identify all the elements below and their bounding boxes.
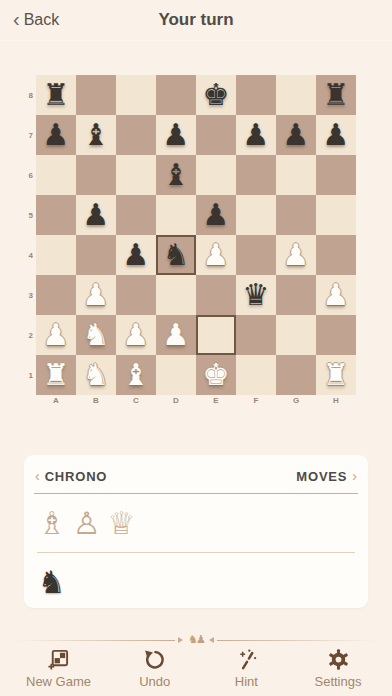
black-pawn-a7[interactable]: ♟ bbox=[43, 115, 70, 155]
black-pawn-c4[interactable]: ♟ bbox=[123, 235, 150, 275]
black-rook-a8[interactable]: ♜ bbox=[43, 75, 70, 115]
new-game-board-icon bbox=[47, 648, 70, 671]
square-d6[interactable]: ♝ bbox=[156, 155, 196, 195]
square-f7[interactable]: ♟ bbox=[236, 115, 276, 155]
rank-label-1: 1 bbox=[24, 355, 36, 395]
square-c1[interactable]: ♝ bbox=[116, 355, 156, 395]
footer-ornament: ♞♟ bbox=[0, 632, 392, 648]
square-e2[interactable] bbox=[196, 315, 236, 355]
white-rook-a1[interactable]: ♜ bbox=[43, 355, 70, 395]
gear-icon bbox=[327, 648, 350, 671]
white-pawn-e4[interactable]: ♟ bbox=[203, 235, 230, 275]
black-pawn-g7[interactable]: ♟ bbox=[283, 115, 310, 155]
undo-label: Undo bbox=[139, 674, 170, 689]
square-c7[interactable] bbox=[116, 115, 156, 155]
square-c3[interactable] bbox=[116, 275, 156, 315]
square-e4[interactable]: ♟ bbox=[196, 235, 236, 275]
ornament-arrow-right-icon bbox=[209, 637, 214, 643]
square-b3[interactable]: ♟ bbox=[76, 275, 116, 315]
square-h1[interactable]: ♜ bbox=[316, 355, 356, 395]
square-a7[interactable]: ♟ bbox=[36, 115, 76, 155]
back-label: Back bbox=[24, 11, 60, 29]
captured-panel: ‹ CHRONO MOVES › ♗♙♕ ♞ bbox=[24, 455, 368, 608]
square-c4[interactable]: ♟ bbox=[116, 235, 156, 275]
square-d8[interactable] bbox=[156, 75, 196, 115]
captured-white-bishop: ♗ bbox=[38, 503, 66, 543]
captured-white-queen: ♕ bbox=[108, 503, 136, 543]
rank-label-8: 8 bbox=[24, 75, 36, 115]
square-e7[interactable] bbox=[196, 115, 236, 155]
white-knight-b1[interactable]: ♞ bbox=[83, 355, 110, 395]
moves-right-chevron-icon: › bbox=[352, 468, 357, 484]
board[interactable]: ♜♚♜♟♝♟♟♟♟♝♟♟♟♞♟♟♟♛♟♟♞♟♟♜♞♝♚♜ bbox=[36, 75, 356, 395]
square-b4[interactable] bbox=[76, 235, 116, 275]
file-label-h: H bbox=[316, 395, 356, 409]
new-game-button[interactable]: New Game bbox=[26, 648, 91, 689]
rank-label-2: 2 bbox=[24, 315, 36, 355]
square-e5[interactable]: ♟ bbox=[196, 195, 236, 235]
square-f6[interactable] bbox=[236, 155, 276, 195]
white-knight-b2[interactable]: ♞ bbox=[83, 315, 110, 355]
board-block: 87654321 ♜♚♜♟♝♟♟♟♟♝♟♟♟♞♟♟♟♛♟♟♞♟♟♜♞♝♚♜ AB… bbox=[24, 75, 368, 409]
settings-label: Settings bbox=[315, 674, 362, 689]
chrono-left-chevron-icon: ‹ bbox=[35, 468, 40, 484]
white-bishop-c1[interactable]: ♝ bbox=[123, 355, 150, 395]
square-f3[interactable]: ♛ bbox=[236, 275, 276, 315]
square-d5[interactable] bbox=[156, 195, 196, 235]
black-bishop-d6[interactable]: ♝ bbox=[163, 155, 190, 195]
square-g4[interactable]: ♟ bbox=[276, 235, 316, 275]
white-pawn-d2[interactable]: ♟ bbox=[163, 315, 190, 355]
new-game-label: New Game bbox=[26, 674, 91, 689]
square-h3[interactable]: ♟ bbox=[316, 275, 356, 315]
captured-white-pieces-row: ♗♙♕ bbox=[24, 494, 368, 552]
square-h4[interactable] bbox=[316, 235, 356, 275]
square-b2[interactable]: ♞ bbox=[76, 315, 116, 355]
square-c5[interactable] bbox=[116, 195, 156, 235]
rank-label-5: 5 bbox=[24, 195, 36, 235]
square-f1[interactable] bbox=[236, 355, 276, 395]
square-d3[interactable] bbox=[156, 275, 196, 315]
back-button[interactable]: ‹ Back bbox=[0, 11, 59, 29]
square-g8[interactable] bbox=[276, 75, 316, 115]
square-a4[interactable] bbox=[36, 235, 76, 275]
rank-label-6: 6 bbox=[24, 155, 36, 195]
square-f2[interactable] bbox=[236, 315, 276, 355]
white-pawn-a2[interactable]: ♟ bbox=[43, 315, 70, 355]
square-d2[interactable]: ♟ bbox=[156, 315, 196, 355]
square-h6[interactable] bbox=[316, 155, 356, 195]
ornament-line-right bbox=[217, 640, 378, 641]
square-c6[interactable] bbox=[116, 155, 156, 195]
square-h5[interactable] bbox=[316, 195, 356, 235]
hint-label: Hint bbox=[235, 674, 258, 689]
file-labels: ABCDEFGH bbox=[36, 395, 356, 409]
tab-chrono[interactable]: ‹ CHRONO bbox=[35, 468, 107, 484]
white-pawn-c2[interactable]: ♟ bbox=[123, 315, 150, 355]
black-pawn-h7[interactable]: ♟ bbox=[323, 115, 350, 155]
square-f4[interactable] bbox=[236, 235, 276, 275]
square-a2[interactable]: ♟ bbox=[36, 315, 76, 355]
square-a1[interactable]: ♜ bbox=[36, 355, 76, 395]
rank-label-4: 4 bbox=[24, 235, 36, 275]
white-king-e1[interactable]: ♚ bbox=[203, 355, 230, 395]
square-f8[interactable] bbox=[236, 75, 276, 115]
black-king-e8[interactable]: ♚ bbox=[203, 75, 230, 115]
app-screen: ‹ Back Your turn 87654321 ♜♚♜♟♝♟♟♟♟♝♟♟♟♞… bbox=[0, 0, 392, 696]
ornament-chess-pieces-icon: ♞♟ bbox=[188, 633, 204, 647]
white-pawn-h3[interactable]: ♟ bbox=[323, 275, 350, 315]
ornament-arrow-left-icon bbox=[178, 637, 183, 643]
captured-white-pawn: ♙ bbox=[73, 503, 101, 543]
square-h2[interactable] bbox=[316, 315, 356, 355]
square-e3[interactable] bbox=[196, 275, 236, 315]
file-label-b: B bbox=[76, 395, 116, 409]
square-a6[interactable] bbox=[36, 155, 76, 195]
black-pawn-e5[interactable]: ♟ bbox=[203, 195, 230, 235]
square-b5[interactable]: ♟ bbox=[76, 195, 116, 235]
square-d7[interactable]: ♟ bbox=[156, 115, 196, 155]
white-rook-h1[interactable]: ♜ bbox=[323, 355, 350, 395]
chrono-label: CHRONO bbox=[45, 469, 108, 484]
square-f5[interactable] bbox=[236, 195, 276, 235]
square-c2[interactable]: ♟ bbox=[116, 315, 156, 355]
square-b6[interactable] bbox=[76, 155, 116, 195]
square-b1[interactable]: ♞ bbox=[76, 355, 116, 395]
file-label-f: F bbox=[236, 395, 276, 409]
square-g5[interactable] bbox=[276, 195, 316, 235]
square-g1[interactable] bbox=[276, 355, 316, 395]
undo-arrow-icon bbox=[143, 648, 166, 671]
square-e6[interactable] bbox=[196, 155, 236, 195]
square-e1[interactable]: ♚ bbox=[196, 355, 236, 395]
square-c8[interactable] bbox=[116, 75, 156, 115]
header: ‹ Back Your turn bbox=[0, 0, 392, 41]
ornament-line-left bbox=[14, 640, 175, 641]
square-b7[interactable]: ♝ bbox=[76, 115, 116, 155]
tab-moves[interactable]: MOVES › bbox=[296, 468, 357, 484]
black-pawn-d7[interactable]: ♟ bbox=[163, 115, 190, 155]
square-g7[interactable]: ♟ bbox=[276, 115, 316, 155]
square-e8[interactable]: ♚ bbox=[196, 75, 236, 115]
square-a3[interactable] bbox=[36, 275, 76, 315]
black-pawn-f7[interactable]: ♟ bbox=[243, 115, 270, 155]
square-d1[interactable] bbox=[156, 355, 196, 395]
rank-labels: 87654321 bbox=[24, 75, 36, 395]
black-bishop-b7[interactable]: ♝ bbox=[83, 115, 110, 155]
rank-label-7: 7 bbox=[24, 115, 36, 155]
toolbar: New Game Undo Hint bbox=[0, 648, 392, 689]
white-pawn-b3[interactable]: ♟ bbox=[83, 275, 110, 315]
moves-label: MOVES bbox=[296, 469, 347, 484]
hint-button[interactable]: Hint bbox=[218, 648, 274, 689]
black-pawn-b5[interactable]: ♟ bbox=[83, 195, 110, 235]
black-queen-f3[interactable]: ♛ bbox=[243, 275, 270, 315]
settings-button[interactable]: Settings bbox=[310, 648, 366, 689]
square-a8[interactable]: ♜ bbox=[36, 75, 76, 115]
back-chevron-icon: ‹ bbox=[13, 11, 20, 27]
file-label-e: E bbox=[196, 395, 236, 409]
captured-black-knight: ♞ bbox=[38, 562, 66, 602]
rank-label-3: 3 bbox=[24, 275, 36, 315]
square-g2[interactable] bbox=[276, 315, 316, 355]
black-rook-h8[interactable]: ♜ bbox=[323, 75, 350, 115]
file-label-g: G bbox=[276, 395, 316, 409]
file-label-d: D bbox=[156, 395, 196, 409]
undo-button[interactable]: Undo bbox=[127, 648, 183, 689]
square-h8[interactable]: ♜ bbox=[316, 75, 356, 115]
magic-wand-icon bbox=[235, 648, 258, 671]
square-a5[interactable] bbox=[36, 195, 76, 235]
white-pawn-g4[interactable]: ♟ bbox=[283, 235, 310, 275]
square-g6[interactable] bbox=[276, 155, 316, 195]
file-label-a: A bbox=[36, 395, 76, 409]
captured-black-pieces-row: ♞ bbox=[24, 553, 368, 611]
square-g3[interactable] bbox=[276, 275, 316, 315]
square-d4[interactable]: ♞ bbox=[156, 235, 196, 275]
square-h7[interactable]: ♟ bbox=[316, 115, 356, 155]
black-knight-d4[interactable]: ♞ bbox=[163, 235, 190, 275]
square-b8[interactable] bbox=[76, 75, 116, 115]
file-label-c: C bbox=[116, 395, 156, 409]
